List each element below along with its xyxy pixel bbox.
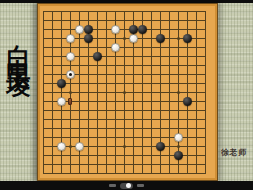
black-stone [84,25,93,34]
toggle-switch[interactable] [120,183,133,189]
white-stone [66,70,75,79]
star-point [123,91,126,94]
go-board[interactable] [37,3,218,181]
white-stone [75,25,84,34]
star-point [69,91,72,94]
star-point [177,37,180,40]
black-stone [84,34,93,43]
white-stone [129,34,138,43]
star-point [123,37,126,40]
toggle-knob [126,183,131,188]
star-point [69,145,72,148]
black-stone [57,79,66,88]
white-stone [174,133,183,142]
white-stone [66,34,75,43]
watermark-caption: 徐老师 [221,147,253,158]
white-stone [111,43,120,52]
star-point [177,91,180,94]
white-stone [66,52,75,61]
black-stone [129,25,138,34]
black-stone [156,34,165,43]
black-stone [174,151,183,160]
black-stone [156,142,165,151]
side-label: 白 [7,26,31,33]
black-stone [183,97,192,106]
black-stone [183,34,192,43]
player-control-bar [0,181,253,190]
white-stone [57,142,66,151]
white-stone [57,97,66,106]
control-left-icon[interactable] [109,184,116,187]
black-stone [93,52,102,61]
player-info: 白 申旻埈 [2,26,35,60]
video-frame: 白 申旻埈 徐老师 [0,0,253,190]
player-name: 申旻埈 [7,39,31,60]
white-stone [111,25,120,34]
white-stone [75,142,84,151]
last-move-marker [69,73,72,76]
board-grid[interactable] [39,7,210,178]
star-point [177,145,180,148]
black-stone [138,25,147,34]
cursor-marker [68,98,72,105]
star-point [123,145,126,148]
control-right-icon[interactable] [137,184,144,187]
